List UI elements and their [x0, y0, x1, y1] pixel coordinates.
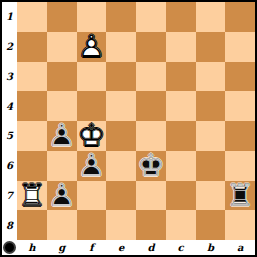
chess-diagram-frame: 12♟♙345♟♙♚♔6♟♙♚♔7♜♖♟♙♜♖8hgfedcba	[0, 0, 257, 257]
square-h7[interactable]: ♜♖	[17, 181, 47, 211]
square-g5[interactable]: ♟♙	[47, 121, 77, 151]
file-label-b: b	[196, 240, 226, 255]
square-e4[interactable]	[106, 91, 136, 121]
rank-label-7: 7	[2, 181, 17, 211]
rank-label-2: 2	[2, 32, 17, 62]
square-b5[interactable]	[196, 121, 226, 151]
file-label-a: a	[225, 240, 255, 255]
white-pawn: ♟	[77, 32, 107, 62]
square-d8[interactable]	[136, 210, 166, 240]
square-a4[interactable]	[225, 91, 255, 121]
square-f8[interactable]	[77, 210, 107, 240]
square-a1[interactable]	[225, 2, 255, 32]
square-h1[interactable]	[17, 2, 47, 32]
side-to-move-indicator	[2, 240, 17, 255]
square-f2[interactable]: ♟♙	[77, 32, 107, 62]
square-d2[interactable]	[136, 32, 166, 62]
square-b7[interactable]	[196, 181, 226, 211]
square-d6[interactable]: ♚♔	[136, 151, 166, 181]
file-label-e: e	[106, 240, 136, 255]
square-f3[interactable]	[77, 62, 107, 92]
square-f6[interactable]: ♟♙	[77, 151, 107, 181]
black-pawn: ♟	[77, 151, 107, 181]
square-g4[interactable]	[47, 91, 77, 121]
square-e8[interactable]	[106, 210, 136, 240]
square-h6[interactable]	[17, 151, 47, 181]
square-f5[interactable]: ♚♔	[77, 121, 107, 151]
square-g6[interactable]	[47, 151, 77, 181]
square-d5[interactable]	[136, 121, 166, 151]
white-rook-outline: ♖	[17, 181, 47, 211]
square-a7[interactable]: ♜♖	[225, 181, 255, 211]
file-label-c: c	[166, 240, 196, 255]
square-b8[interactable]	[196, 210, 226, 240]
square-e5[interactable]	[106, 121, 136, 151]
black-pawn-outline: ♙	[77, 151, 107, 181]
square-e1[interactable]	[106, 2, 136, 32]
square-c7[interactable]	[166, 181, 196, 211]
square-e6[interactable]	[106, 151, 136, 181]
square-c3[interactable]	[166, 62, 196, 92]
black-king: ♚	[136, 151, 166, 181]
white-king-outline: ♔	[77, 121, 107, 151]
white-king: ♚	[77, 121, 107, 151]
white-rook: ♜	[17, 181, 47, 211]
rank-label-4: 4	[2, 91, 17, 121]
rank-label-1: 1	[2, 2, 17, 32]
square-a2[interactable]	[225, 32, 255, 62]
square-e3[interactable]	[106, 62, 136, 92]
white-pawn-outline: ♙	[77, 32, 107, 62]
square-f1[interactable]	[77, 2, 107, 32]
black-pawn-outline: ♙	[47, 181, 77, 211]
square-c2[interactable]	[166, 32, 196, 62]
black-pawn: ♟	[47, 181, 77, 211]
square-c6[interactable]	[166, 151, 196, 181]
square-g7[interactable]: ♟♙	[47, 181, 77, 211]
square-d4[interactable]	[136, 91, 166, 121]
square-b1[interactable]	[196, 2, 226, 32]
square-c8[interactable]	[166, 210, 196, 240]
black-to-move-dot-icon	[3, 241, 16, 254]
square-g8[interactable]	[47, 210, 77, 240]
square-h2[interactable]	[17, 32, 47, 62]
square-a8[interactable]	[225, 210, 255, 240]
square-d1[interactable]	[136, 2, 166, 32]
file-label-d: d	[136, 240, 166, 255]
rank-label-3: 3	[2, 62, 17, 92]
square-c1[interactable]	[166, 2, 196, 32]
file-label-f: f	[77, 240, 107, 255]
square-b2[interactable]	[196, 32, 226, 62]
square-g3[interactable]	[47, 62, 77, 92]
file-label-h: h	[17, 240, 47, 255]
square-b4[interactable]	[196, 91, 226, 121]
square-a3[interactable]	[225, 62, 255, 92]
square-b6[interactable]	[196, 151, 226, 181]
square-f7[interactable]	[77, 181, 107, 211]
black-rook-outline: ♖	[225, 181, 255, 211]
black-pawn-outline: ♙	[47, 121, 77, 151]
rank-label-6: 6	[2, 151, 17, 181]
square-g2[interactable]	[47, 32, 77, 62]
black-king-outline: ♔	[136, 151, 166, 181]
square-d3[interactable]	[136, 62, 166, 92]
square-h4[interactable]	[17, 91, 47, 121]
black-rook: ♜	[225, 181, 255, 211]
rank-label-8: 8	[2, 210, 17, 240]
square-h8[interactable]	[17, 210, 47, 240]
square-c4[interactable]	[166, 91, 196, 121]
rank-label-5: 5	[2, 121, 17, 151]
file-label-g: g	[47, 240, 77, 255]
square-e7[interactable]	[106, 181, 136, 211]
chess-board: 12♟♙345♟♙♚♔6♟♙♚♔7♜♖♟♙♜♖8hgfedcba	[2, 2, 255, 255]
square-h3[interactable]	[17, 62, 47, 92]
square-b3[interactable]	[196, 62, 226, 92]
square-e2[interactable]	[106, 32, 136, 62]
square-d7[interactable]	[136, 181, 166, 211]
square-f4[interactable]	[77, 91, 107, 121]
square-g1[interactable]	[47, 2, 77, 32]
square-h5[interactable]	[17, 121, 47, 151]
black-pawn: ♟	[47, 121, 77, 151]
square-a5[interactable]	[225, 121, 255, 151]
square-a6[interactable]	[225, 151, 255, 181]
square-c5[interactable]	[166, 121, 196, 151]
